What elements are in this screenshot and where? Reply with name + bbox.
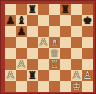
square-d6[interactable]	[38, 26, 49, 37]
board-frame: ♜♜♟♝♚♟♙♗♕♙♖♙♜♙♙♔	[0, 0, 96, 94]
square-d3[interactable]	[38, 59, 49, 70]
square-g4[interactable]	[71, 48, 82, 59]
white-bishop[interactable]: ♗	[50, 37, 59, 48]
square-b8[interactable]	[16, 4, 27, 15]
square-f5[interactable]	[60, 37, 71, 48]
chess-board: ♜♜♟♝♚♟♙♗♕♙♖♙♜♙♙♔	[5, 4, 93, 92]
square-b7[interactable]: ♝	[16, 15, 27, 26]
square-b4[interactable]	[16, 48, 27, 59]
square-f7[interactable]	[60, 15, 71, 26]
square-f8[interactable]: ♜	[60, 4, 71, 15]
black-king[interactable]: ♚	[83, 15, 92, 26]
square-h8[interactable]	[82, 4, 93, 15]
square-d2[interactable]	[38, 70, 49, 81]
square-c2[interactable]: ♜	[27, 70, 38, 81]
square-e3[interactable]: ♖	[49, 59, 60, 70]
square-a8[interactable]	[5, 4, 16, 15]
square-h6[interactable]	[82, 26, 93, 37]
square-g5[interactable]	[71, 37, 82, 48]
square-e7[interactable]	[49, 15, 60, 26]
square-b5[interactable]	[16, 37, 27, 48]
black-rook[interactable]: ♜	[28, 70, 37, 81]
square-a4[interactable]	[5, 48, 16, 59]
square-a7[interactable]: ♟	[5, 15, 16, 26]
square-h4[interactable]	[82, 48, 93, 59]
square-d7[interactable]	[38, 15, 49, 26]
black-pawn[interactable]: ♟	[17, 26, 26, 37]
square-c3[interactable]	[27, 59, 38, 70]
square-b3[interactable]: ♙	[16, 59, 27, 70]
square-d4[interactable]	[38, 48, 49, 59]
square-d1[interactable]	[38, 81, 49, 92]
white-pawn[interactable]: ♙	[72, 70, 81, 81]
square-a5[interactable]	[5, 37, 16, 48]
square-g6[interactable]	[71, 26, 82, 37]
square-a2[interactable]: ♙	[5, 70, 16, 81]
square-g8[interactable]	[71, 4, 82, 15]
square-a6[interactable]	[5, 26, 16, 37]
white-queen[interactable]: ♕	[50, 48, 59, 59]
square-f6[interactable]	[60, 26, 71, 37]
square-g2[interactable]: ♙	[71, 70, 82, 81]
square-a1[interactable]	[5, 81, 16, 92]
square-b6[interactable]: ♟	[16, 26, 27, 37]
white-king[interactable]: ♔	[72, 81, 81, 92]
square-c8[interactable]: ♜	[27, 4, 38, 15]
square-e1[interactable]	[49, 81, 60, 92]
square-e2[interactable]	[49, 70, 60, 81]
square-h7[interactable]: ♚	[82, 15, 93, 26]
square-h5[interactable]	[82, 37, 93, 48]
square-b1[interactable]	[16, 81, 27, 92]
square-a3[interactable]	[5, 59, 16, 70]
square-g3[interactable]	[71, 59, 82, 70]
square-f1[interactable]	[60, 81, 71, 92]
square-e5[interactable]: ♗	[49, 37, 60, 48]
square-e8[interactable]	[49, 4, 60, 15]
square-e6[interactable]	[49, 26, 60, 37]
square-c4[interactable]	[27, 48, 38, 59]
black-bishop[interactable]: ♝	[17, 15, 26, 26]
white-pawn[interactable]: ♙	[17, 59, 26, 70]
white-pawn[interactable]: ♙	[39, 37, 48, 48]
square-c1[interactable]	[27, 81, 38, 92]
white-rook[interactable]: ♖	[50, 59, 59, 70]
square-f3[interactable]	[60, 59, 71, 70]
square-h1[interactable]	[82, 81, 93, 92]
square-c5[interactable]	[27, 37, 38, 48]
square-g1[interactable]: ♔	[71, 81, 82, 92]
white-pawn[interactable]: ♙	[83, 70, 92, 81]
square-d8[interactable]	[38, 4, 49, 15]
square-c6[interactable]	[27, 26, 38, 37]
black-rook[interactable]: ♜	[28, 4, 37, 15]
black-pawn[interactable]: ♟	[6, 15, 15, 26]
square-e4[interactable]: ♕	[49, 48, 60, 59]
square-b2[interactable]	[16, 70, 27, 81]
square-f4[interactable]	[60, 48, 71, 59]
square-f2[interactable]	[60, 70, 71, 81]
square-h3[interactable]	[82, 59, 93, 70]
square-c7[interactable]	[27, 15, 38, 26]
square-g7[interactable]	[71, 15, 82, 26]
square-h2[interactable]: ♙	[82, 70, 93, 81]
black-rook[interactable]: ♜	[61, 4, 70, 15]
square-d5[interactable]: ♙	[38, 37, 49, 48]
white-pawn[interactable]: ♙	[6, 70, 15, 81]
